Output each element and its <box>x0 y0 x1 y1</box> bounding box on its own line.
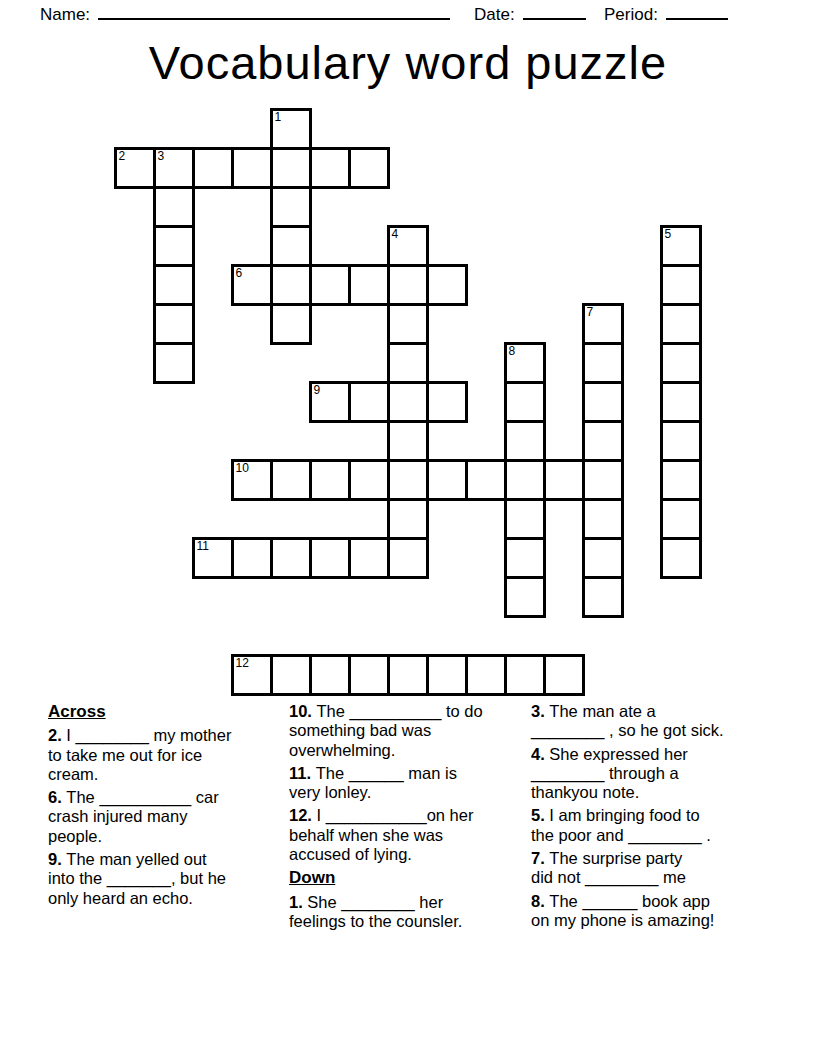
clue-heading-down: Down <box>289 868 483 887</box>
grid-cell-r1-c2[interactable] <box>192 147 234 189</box>
clue-number-2: 2. <box>48 726 66 744</box>
grid-cell-r11-c7[interactable] <box>387 537 429 579</box>
grid-cell-r7-c5[interactable]: 9 <box>309 381 351 423</box>
grid-cell-r14-c3[interactable]: 12 <box>231 654 273 696</box>
cell-number-1: 1 <box>275 111 282 124</box>
name-label: Name: <box>40 5 90 24</box>
page-title: Vocabulary word puzzle <box>0 36 816 90</box>
grid-cell-r5-c12[interactable]: 7 <box>582 303 624 345</box>
name-blank[interactable] <box>98 3 450 20</box>
clue-column-1: Across2. I ________ my motherto take me … <box>48 702 231 912</box>
grid-cell-r11-c6[interactable] <box>348 537 390 579</box>
clue-12: 12. I ___________on herbehalf when she w… <box>289 806 483 864</box>
grid-cell-r9-c12[interactable] <box>582 459 624 501</box>
grid-cell-r6-c1[interactable] <box>153 342 195 384</box>
grid-cell-r6-c7[interactable] <box>387 342 429 384</box>
grid-cell-r5-c4[interactable] <box>270 303 312 345</box>
grid-cell-r4-c6[interactable] <box>348 264 390 306</box>
clue-number-12: 12. <box>289 806 317 824</box>
cell-number-7: 7 <box>587 306 594 319</box>
clue-number-8: 8. <box>531 892 549 910</box>
cell-number-4: 4 <box>392 228 399 241</box>
crossword-board: 123456789101112 <box>115 109 700 694</box>
clue-6: 6. The __________ carcrash injured manyp… <box>48 788 231 846</box>
grid-cell-r4-c8[interactable] <box>426 264 468 306</box>
grid-cell-r9-c8[interactable] <box>426 459 468 501</box>
grid-cell-r10-c14[interactable] <box>660 498 702 540</box>
grid-cell-r6-c12[interactable] <box>582 342 624 384</box>
grid-cell-r11-c2[interactable]: 11 <box>192 537 234 579</box>
date-field: Date: <box>474 3 586 25</box>
grid-cell-r2-c1[interactable] <box>153 186 195 228</box>
date-blank[interactable] <box>523 3 586 20</box>
clue-2: 2. I ________ my motherto take me out fo… <box>48 726 231 784</box>
clue-number-7: 7. <box>531 849 549 867</box>
grid-cell-r4-c5[interactable] <box>309 264 351 306</box>
grid-cell-r11-c3[interactable] <box>231 537 273 579</box>
grid-cell-r4-c7[interactable] <box>387 264 429 306</box>
cell-number-6: 6 <box>236 267 243 280</box>
grid-cell-r9-c5[interactable] <box>309 459 351 501</box>
grid-cell-r11-c4[interactable] <box>270 537 312 579</box>
clue-number-11: 11. <box>289 764 316 782</box>
grid-cell-r12-c10[interactable] <box>504 576 546 618</box>
grid-cell-r9-c7[interactable] <box>387 459 429 501</box>
clue-4: 4. She expressed her________ through ath… <box>531 745 724 803</box>
grid-cell-r1-c0[interactable]: 2 <box>114 147 156 189</box>
grid-cell-r9-c10[interactable] <box>504 459 546 501</box>
grid-cell-r9-c14[interactable] <box>660 459 702 501</box>
grid-cell-r7-c8[interactable] <box>426 381 468 423</box>
clue-number-5: 5. <box>531 806 549 824</box>
period-field: Period: <box>604 3 728 25</box>
cell-number-11: 11 <box>197 540 209 553</box>
clue-column-3: 3. The man ate a________ , so he got sic… <box>531 702 724 934</box>
worksheet-page: Name: Date: Period: Vocabulary word puzz… <box>0 0 816 1056</box>
clue-number-3: 3. <box>531 702 549 720</box>
grid-cell-r1-c6[interactable] <box>348 147 390 189</box>
grid-cell-r8-c10[interactable] <box>504 420 546 462</box>
cell-number-2: 2 <box>119 150 126 163</box>
grid-cell-r3-c7[interactable]: 4 <box>387 225 429 267</box>
grid-cell-r10-c12[interactable] <box>582 498 624 540</box>
clue-heading-across: Across <box>48 702 231 721</box>
period-blank[interactable] <box>666 3 728 20</box>
grid-cell-r9-c6[interactable] <box>348 459 390 501</box>
period-label: Period: <box>604 5 658 24</box>
cell-number-12: 12 <box>236 657 249 670</box>
grid-cell-r14-c10[interactable] <box>504 654 546 696</box>
grid-cell-r4-c1[interactable] <box>153 264 195 306</box>
grid-cell-r1-c3[interactable] <box>231 147 273 189</box>
grid-cell-r6-c14[interactable] <box>660 342 702 384</box>
grid-cell-r4-c3[interactable]: 6 <box>231 264 273 306</box>
grid-cell-r1-c4[interactable] <box>270 147 312 189</box>
clue-5: 5. I am bringing food tothe poor and ___… <box>531 806 724 845</box>
grid-cell-r5-c14[interactable] <box>660 303 702 345</box>
clue-8: 8. The ______ book appon my phone is ama… <box>531 892 724 931</box>
grid-cell-r14-c11[interactable] <box>543 654 585 696</box>
grid-cell-r7-c10[interactable] <box>504 381 546 423</box>
grid-cell-r14-c5[interactable] <box>309 654 351 696</box>
grid-cell-r14-c7[interactable] <box>387 654 429 696</box>
grid-cell-r7-c14[interactable] <box>660 381 702 423</box>
clue-1: 1. She ________ herfeelings to the couns… <box>289 893 483 932</box>
grid-cell-r2-c4[interactable] <box>270 186 312 228</box>
grid-cell-r11-c10[interactable] <box>504 537 546 579</box>
grid-cell-r9-c3[interactable]: 10 <box>231 459 273 501</box>
grid-cell-r7-c7[interactable] <box>387 381 429 423</box>
clue-11: 11. The ______ man isvery lonley. <box>289 764 483 803</box>
grid-cell-r4-c14[interactable] <box>660 264 702 306</box>
cell-number-8: 8 <box>509 345 516 358</box>
grid-cell-r7-c12[interactable] <box>582 381 624 423</box>
clue-3: 3. The man ate a________ , so he got sic… <box>531 702 724 741</box>
grid-cell-r11-c12[interactable] <box>582 537 624 579</box>
clue-number-4: 4. <box>531 745 549 763</box>
grid-cell-r8-c7[interactable] <box>387 420 429 462</box>
grid-cell-r4-c4[interactable] <box>270 264 312 306</box>
clue-number-10: 10. <box>289 702 317 720</box>
grid-cell-r14-c4[interactable] <box>270 654 312 696</box>
cell-number-9: 9 <box>314 384 321 397</box>
grid-cell-r1-c5[interactable] <box>309 147 351 189</box>
grid-cell-r7-c6[interactable] <box>348 381 390 423</box>
grid-cell-r8-c12[interactable] <box>582 420 624 462</box>
grid-cell-r14-c9[interactable] <box>465 654 507 696</box>
grid-cell-r14-c6[interactable] <box>348 654 390 696</box>
grid-cell-r1-c1[interactable]: 3 <box>153 147 195 189</box>
grid-cell-r10-c7[interactable] <box>387 498 429 540</box>
grid-cell-r11-c14[interactable] <box>660 537 702 579</box>
grid-cell-r8-c14[interactable] <box>660 420 702 462</box>
clue-column-2: 10. The __________ to dosomething bad wa… <box>289 702 483 935</box>
cell-number-10: 10 <box>236 462 249 475</box>
date-label: Date: <box>474 5 515 24</box>
clue-10: 10. The __________ to dosomething bad wa… <box>289 702 483 760</box>
clue-7: 7. The surprise partydid not ________ me <box>531 849 724 888</box>
grid-cell-r9-c11[interactable] <box>543 459 585 501</box>
grid-cell-r14-c8[interactable] <box>426 654 468 696</box>
clue-number-9: 9. <box>48 850 66 868</box>
grid-cell-r3-c1[interactable] <box>153 225 195 267</box>
clue-number-6: 6. <box>48 788 66 806</box>
grid-cell-r5-c7[interactable] <box>387 303 429 345</box>
grid-cell-r10-c10[interactable] <box>504 498 546 540</box>
cell-number-5: 5 <box>665 228 672 241</box>
grid-cell-r9-c9[interactable] <box>465 459 507 501</box>
clue-9: 9. The man yelled outinto the _______, b… <box>48 850 231 908</box>
grid-cell-r11-c5[interactable] <box>309 537 351 579</box>
grid-cell-r12-c12[interactable] <box>582 576 624 618</box>
grid-cell-r3-c4[interactable] <box>270 225 312 267</box>
grid-cell-r6-c10[interactable]: 8 <box>504 342 546 384</box>
grid-cell-r5-c1[interactable] <box>153 303 195 345</box>
clue-number-1: 1. <box>289 893 307 911</box>
grid-cell-r9-c4[interactable] <box>270 459 312 501</box>
grid-cell-r3-c14[interactable]: 5 <box>660 225 702 267</box>
cell-number-3: 3 <box>158 150 165 163</box>
grid-cell-r0-c4[interactable]: 1 <box>270 108 312 150</box>
name-field: Name: <box>40 3 450 25</box>
